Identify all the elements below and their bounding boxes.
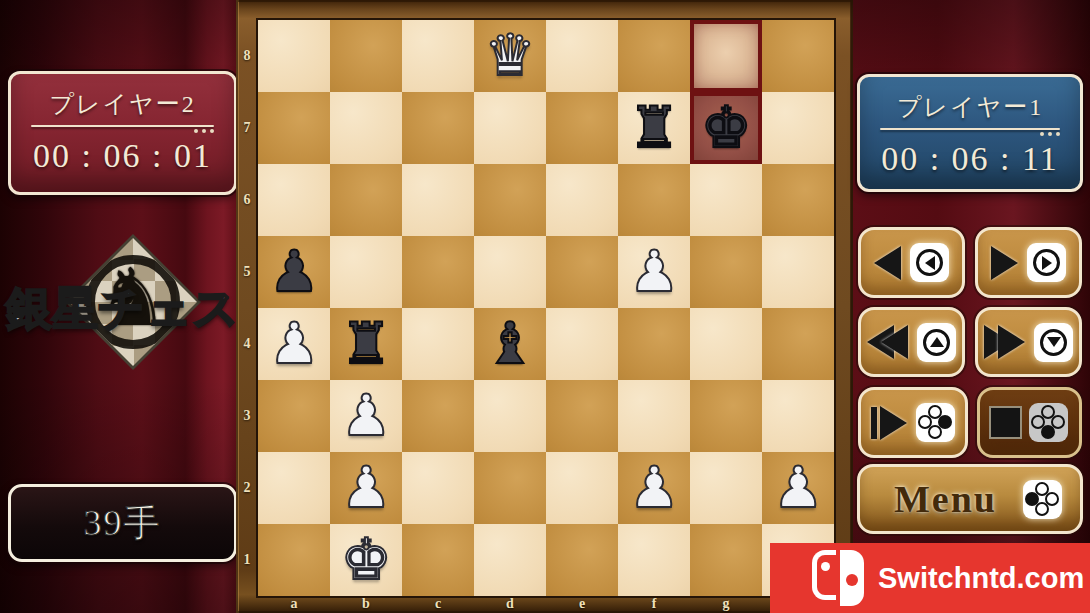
square-b6[interactable] (330, 164, 402, 236)
y-button-icon (1023, 480, 1062, 519)
file-label-d: d (474, 596, 546, 613)
white-queen-d8: ♛ (474, 20, 546, 91)
square-c5[interactable] (402, 236, 474, 308)
white-pawn-b2: ♟ (330, 452, 402, 523)
square-d4[interactable]: ♝ (474, 308, 546, 380)
square-b2[interactable]: ♟ (330, 452, 402, 524)
white-pawn-f2: ♟ (618, 452, 690, 523)
square-b3[interactable]: ♟ (330, 380, 402, 452)
square-c7[interactable] (402, 92, 474, 164)
name-underline (31, 125, 214, 127)
square-g1[interactable] (690, 524, 762, 596)
play-step-icon (871, 406, 907, 440)
watermark-text: Switchntd.com (878, 562, 1084, 595)
player1-clock-panel: プレイヤー1 00 : 06 : 11 (857, 74, 1083, 192)
square-e7[interactable] (546, 92, 618, 164)
white-pawn-h2: ♟ (762, 452, 834, 523)
square-d8[interactable]: ♛ (474, 20, 546, 92)
square-b5[interactable] (330, 236, 402, 308)
square-g3[interactable] (690, 380, 762, 452)
rank-label-6: 6 (236, 164, 258, 236)
square-g6[interactable] (690, 164, 762, 236)
square-e3[interactable] (546, 380, 618, 452)
watermark-banner: Switchntd.com (770, 543, 1090, 613)
rank-label-5: 5 (236, 236, 258, 308)
square-d7[interactable] (474, 92, 546, 164)
stop-square-icon (991, 408, 1020, 437)
board-frame: 87654321 ♛♜♚♟♟♟♜♝♟♟♟♟♚ abcdefgh (236, 0, 853, 613)
square-f1[interactable] (618, 524, 690, 596)
game-logo: ♞ 銀星チェス (0, 220, 245, 400)
square-a1[interactable] (258, 524, 330, 596)
square-c2[interactable] (402, 452, 474, 524)
square-c4[interactable] (402, 308, 474, 380)
move-counter: 39手 (84, 499, 162, 548)
square-e5[interactable] (546, 236, 618, 308)
file-label-a: a (258, 596, 330, 613)
square-a8[interactable] (258, 20, 330, 92)
board-grid: ♛♜♚♟♟♟♜♝♟♟♟♟♚ (258, 20, 834, 596)
square-g2[interactable] (690, 452, 762, 524)
double-triangle-right-icon (984, 325, 1025, 359)
rank-label-3: 3 (236, 380, 258, 452)
player1-name: プレイヤー1 (860, 91, 1080, 123)
white-pawn-b3: ♟ (330, 380, 402, 451)
menu-label: Menu (894, 477, 997, 521)
dpad-up-icon (917, 323, 956, 362)
square-e1[interactable] (546, 524, 618, 596)
square-c3[interactable] (402, 380, 474, 452)
square-c6[interactable] (402, 164, 474, 236)
square-g7[interactable]: ♚ (690, 92, 762, 164)
square-b4[interactable]: ♜ (330, 308, 402, 380)
rank-label-1: 1 (236, 524, 258, 596)
dpad-left-icon (910, 243, 949, 282)
square-f5[interactable]: ♟ (618, 236, 690, 308)
white-pawn-f5: ♟ (618, 236, 690, 307)
square-c1[interactable] (402, 524, 474, 596)
dpad-right-icon (1027, 243, 1066, 282)
square-f3[interactable] (618, 380, 690, 452)
rank-label-2: 2 (236, 452, 258, 524)
square-b8[interactable] (330, 20, 402, 92)
name-underline-dots (31, 129, 214, 133)
square-a6[interactable] (258, 164, 330, 236)
double-triangle-left-icon (867, 325, 908, 359)
square-b7[interactable] (330, 92, 402, 164)
white-pawn-a4: ♟ (258, 308, 330, 379)
player2-clock-panel: プレイヤー2 00 : 06 : 01 (8, 71, 237, 195)
square-f6[interactable] (618, 164, 690, 236)
square-f7[interactable]: ♜ (618, 92, 690, 164)
square-a4[interactable]: ♟ (258, 308, 330, 380)
square-h4[interactable] (762, 308, 834, 380)
square-g5[interactable] (690, 236, 762, 308)
triangle-left-icon (874, 246, 901, 280)
square-e4[interactable] (546, 308, 618, 380)
square-h3[interactable] (762, 380, 834, 452)
rewind-button[interactable] (858, 307, 965, 377)
square-b1[interactable]: ♚ (330, 524, 402, 596)
square-a2[interactable] (258, 452, 330, 524)
stop-button[interactable] (977, 387, 1082, 458)
name-underline-dots (880, 132, 1060, 136)
black-rook-f7: ♜ (618, 92, 690, 163)
logo-title: 銀星チェス (4, 278, 241, 340)
square-f2[interactable]: ♟ (618, 452, 690, 524)
player2-time: 00 : 06 : 01 (11, 137, 234, 175)
square-h8[interactable] (762, 20, 834, 92)
square-f8[interactable] (618, 20, 690, 92)
rank-label-8: 8 (236, 20, 258, 92)
square-d1[interactable] (474, 524, 546, 596)
step-forward-button[interactable] (975, 227, 1082, 298)
player1-time: 00 : 06 : 11 (860, 140, 1080, 178)
nintendo-switch-logo-icon (812, 550, 864, 606)
menu-button[interactable]: Menu (857, 464, 1083, 534)
fast-forward-button[interactable] (975, 307, 1082, 377)
square-a3[interactable] (258, 380, 330, 452)
a-button-icon (916, 403, 955, 442)
white-king-b1: ♚ (330, 524, 402, 595)
move-counter-box: 39手 (8, 484, 237, 562)
square-g8[interactable] (690, 20, 762, 92)
square-h5[interactable] (762, 236, 834, 308)
square-d3[interactable] (474, 380, 546, 452)
square-g4[interactable] (690, 308, 762, 380)
black-pawn-a5: ♟ (258, 236, 330, 307)
rank-labels: 87654321 (236, 20, 258, 596)
file-label-b: b (330, 596, 402, 613)
square-a5[interactable]: ♟ (258, 236, 330, 308)
square-a7[interactable] (258, 92, 330, 164)
file-label-c: c (402, 596, 474, 613)
square-e6[interactable] (546, 164, 618, 236)
square-d5[interactable] (474, 236, 546, 308)
black-bishop-d4: ♝ (474, 308, 546, 379)
square-h6[interactable] (762, 164, 834, 236)
square-h7[interactable] (762, 92, 834, 164)
b-button-icon (1029, 403, 1068, 442)
square-e2[interactable] (546, 452, 618, 524)
game-screen: プレイヤー2 00 : 06 : 01 ♞ 銀星チェス 39手 87654321… (0, 0, 1090, 613)
square-d6[interactable] (474, 164, 546, 236)
name-underline (880, 128, 1060, 130)
triangle-right-icon (991, 246, 1018, 280)
black-rook-b4: ♜ (330, 308, 402, 379)
square-f4[interactable] (618, 308, 690, 380)
square-e8[interactable] (546, 20, 618, 92)
rank-label-4: 4 (236, 308, 258, 380)
rank-label-7: 7 (236, 92, 258, 164)
square-h2[interactable]: ♟ (762, 452, 834, 524)
file-label-g: g (690, 596, 762, 613)
dpad-down-icon (1034, 323, 1073, 362)
file-label-e: e (546, 596, 618, 613)
file-labels: abcdefgh (258, 596, 834, 613)
file-label-f: f (618, 596, 690, 613)
square-c8[interactable] (402, 20, 474, 92)
square-d2[interactable] (474, 452, 546, 524)
player2-name: プレイヤー2 (11, 88, 234, 120)
step-back-button[interactable] (858, 227, 965, 298)
autoplay-button[interactable] (858, 387, 968, 458)
black-king-g7: ♚ (690, 92, 762, 163)
